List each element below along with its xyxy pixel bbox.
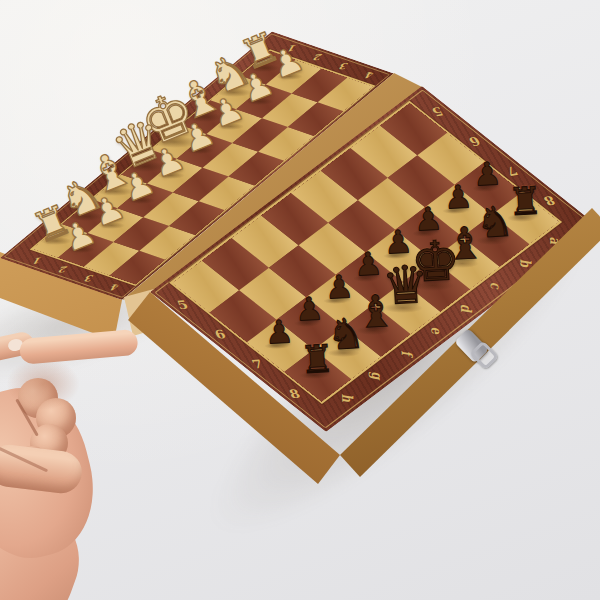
index-finger — [19, 329, 139, 365]
chess-set-photo: 11223344 55667788hgfedcba ♜♞♝♚♛♝♞♜♟♟♟♟♟♟… — [0, 0, 600, 600]
hand — [0, 0, 600, 600]
